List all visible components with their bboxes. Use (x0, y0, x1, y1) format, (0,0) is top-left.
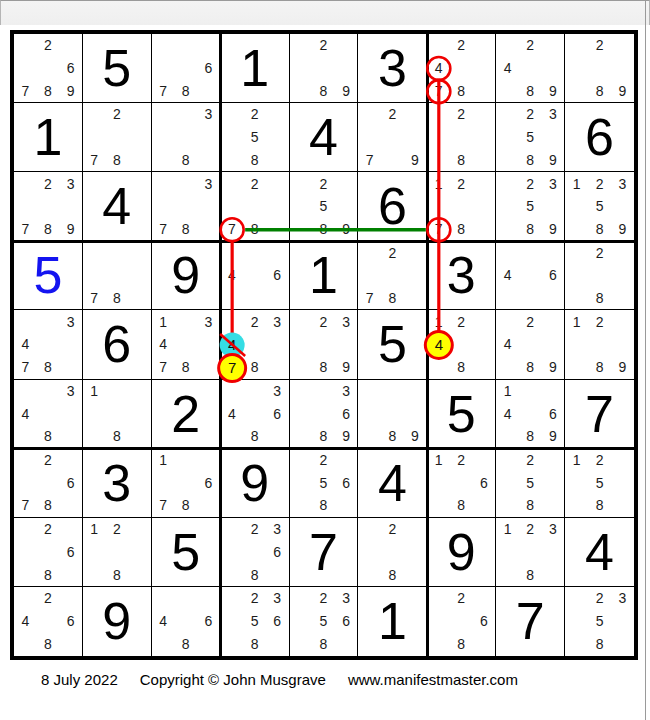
solved-digit: 9 (83, 587, 151, 656)
cell-r5c8[interactable]: 2489 (496, 310, 565, 379)
cell-r1c3[interactable]: 678 (152, 34, 221, 103)
candidate-3: 3 (611, 587, 634, 610)
candidate-7: 7 (14, 356, 37, 379)
candidate-8: 8 (588, 218, 611, 241)
candidate-8: 8 (381, 425, 404, 448)
solved-digit: 5 (152, 518, 220, 586)
candidate-5: 5 (588, 471, 611, 494)
cell-r1c7[interactable]: 2478 (427, 34, 496, 103)
candidate-2: 2 (519, 310, 542, 333)
candidate-2: 2 (312, 34, 335, 57)
candidate-5: 5 (312, 610, 335, 633)
cell-r4c4[interactable]: 46 (221, 241, 290, 310)
candidate-8: 8 (37, 356, 60, 379)
candidate-8: 8 (450, 218, 473, 241)
candidate-grid: 2478 (427, 34, 495, 102)
cell-r2c3[interactable]: 38 (152, 103, 221, 172)
candidate-2: 2 (381, 241, 404, 264)
candidate-8: 8 (519, 79, 542, 102)
box-divider-horizontal-1 (14, 240, 634, 244)
cell-r8c3[interactable]: 5 (152, 518, 221, 587)
cell-r9c3[interactable]: 468 (152, 587, 221, 656)
candidate-1: 1 (496, 380, 519, 403)
candidate-7: 7 (358, 287, 381, 310)
solved-digit: 4 (290, 103, 358, 171)
candidate-5: 5 (243, 610, 266, 633)
cell-r6c2[interactable]: 18 (83, 380, 152, 449)
candidate-grid: 268 (14, 518, 82, 586)
candidate-4: 4 (14, 610, 37, 633)
candidate-3: 3 (197, 103, 220, 126)
candidate-grid: 3689 (290, 380, 358, 448)
cell-r5c1[interactable]: 3478 (14, 310, 83, 379)
cell-r8c7[interactable]: 9 (427, 518, 496, 587)
candidate-5: 5 (519, 126, 542, 149)
candidate-8: 8 (106, 149, 129, 172)
solved-digit: 3 (358, 34, 426, 102)
candidate-9: 9 (541, 425, 564, 448)
solved-digit: 9 (152, 241, 220, 309)
candidate-9: 9 (541, 218, 564, 241)
candidate-5: 5 (312, 471, 335, 494)
candidate-2: 2 (243, 310, 266, 333)
candidate-8: 8 (243, 563, 266, 586)
candidate-2: 2 (588, 587, 611, 610)
candidate-3: 3 (611, 172, 634, 195)
candidate-1: 1 (427, 310, 450, 333)
cell-r6c4[interactable]: 3468 (221, 380, 290, 449)
candidate-8: 8 (588, 79, 611, 102)
candidate-3: 3 (541, 518, 564, 541)
cell-r1c1[interactable]: 26789 (14, 34, 83, 103)
cell-r4c7[interactable]: 3 (427, 241, 496, 310)
candidate-2: 2 (37, 518, 60, 541)
candidate-5: 5 (519, 195, 542, 218)
candidate-7: 7 (221, 218, 244, 241)
cell-r5c6[interactable]: 5 (358, 310, 427, 379)
candidate-grid: 2678 (14, 449, 82, 517)
candidate-grid: 1248 (427, 310, 495, 378)
candidate-7: 7 (152, 79, 175, 102)
window-top-bar (0, 0, 650, 25)
cell-r3c9[interactable]: 123589 (565, 172, 634, 241)
candidate-grid: 46 (221, 241, 289, 309)
candidate-3: 3 (266, 518, 289, 541)
candidate-3: 3 (59, 380, 82, 403)
candidate-3: 3 (541, 103, 564, 126)
cell-r9c2[interactable]: 9 (83, 587, 152, 656)
candidate-8: 8 (37, 633, 60, 656)
solved-digit: 5 (83, 34, 151, 102)
cell-r2c9[interactable]: 6 (565, 103, 634, 172)
candidate-4: 4 (14, 333, 37, 356)
solved-digit: 4 (83, 172, 151, 240)
candidate-7: 7 (152, 494, 175, 517)
candidate-8: 8 (37, 494, 60, 517)
candidate-grid: 2389 (290, 310, 358, 378)
cell-r1c8[interactable]: 2489 (496, 34, 565, 103)
candidate-5: 5 (312, 195, 335, 218)
cell-r2c6[interactable]: 279 (358, 103, 427, 172)
candidate-grid: 28 (565, 241, 634, 309)
candidate-2: 2 (450, 310, 473, 333)
candidate-7: 7 (427, 218, 450, 241)
candidate-grid: 14689 (496, 380, 564, 448)
candidate-7: 7 (83, 287, 106, 310)
cell-r4c1[interactable]: 5 (14, 241, 83, 310)
candidate-4: 4 (496, 333, 519, 356)
candidate-5: 5 (588, 610, 611, 633)
candidate-6: 6 (266, 402, 289, 425)
candidate-8: 8 (588, 633, 611, 656)
candidate-5: 5 (588, 195, 611, 218)
cell-r9c7[interactable]: 268 (427, 587, 496, 656)
cell-r4c9[interactable]: 28 (565, 241, 634, 310)
footer-site: www.manifestmaster.com (348, 671, 518, 688)
candidate-4: 4 (221, 264, 244, 287)
solved-digit: 7 (565, 380, 634, 448)
candidate-2: 2 (519, 518, 542, 541)
candidate-4: 4 (152, 610, 175, 633)
candidate-8: 8 (450, 79, 473, 102)
candidate-2: 2 (588, 310, 611, 333)
solved-digit: 6 (83, 310, 151, 378)
cell-r7c3[interactable]: 1678 (152, 449, 221, 518)
cell-r9c4[interactable]: 23568 (221, 587, 290, 656)
candidate-grid: 23568 (290, 587, 358, 656)
candidate-9: 9 (541, 149, 564, 172)
candidate-grid: 289 (290, 34, 358, 102)
cell-r7c7[interactable]: 1268 (427, 449, 496, 518)
cell-r6c1[interactable]: 348 (14, 380, 83, 449)
cell-r5c7[interactable]: 1248 (427, 310, 496, 379)
candidate-8: 8 (519, 149, 542, 172)
candidate-grid: 268 (427, 587, 495, 656)
cell-r5c4[interactable]: 23478 (221, 310, 290, 379)
candidate-5: 5 (243, 126, 266, 149)
window-right-edge (645, 0, 646, 720)
cell-r1c6[interactable]: 3 (358, 34, 427, 103)
cell-r7c5[interactable]: 2568 (290, 449, 359, 518)
cell-r3c8[interactable]: 23589 (496, 172, 565, 241)
candidate-7: 7 (221, 356, 244, 379)
candidate-grid: 258 (221, 103, 289, 171)
candidate-8: 8 (106, 287, 129, 310)
candidate-3: 3 (197, 310, 220, 333)
candidate-6: 6 (197, 471, 220, 494)
candidate-1: 1 (427, 449, 450, 472)
candidate-grid: 289 (565, 34, 634, 102)
candidate-2: 2 (588, 449, 611, 472)
cell-r9c9[interactable]: 2358 (565, 587, 634, 656)
candidate-8: 8 (450, 633, 473, 656)
candidate-8: 8 (174, 149, 197, 172)
solved-digit: 3 (83, 449, 151, 517)
candidate-8: 8 (243, 218, 266, 241)
cell-r3c4[interactable]: 278 (221, 172, 290, 241)
cell-r1c5[interactable]: 289 (290, 34, 359, 103)
candidate-grid: 23589 (496, 103, 564, 171)
candidate-5: 5 (519, 471, 542, 494)
candidate-grid: 26789 (14, 34, 82, 102)
candidate-7: 7 (83, 149, 106, 172)
cell-r6c7[interactable]: 5 (427, 380, 496, 449)
solved-digit: 9 (427, 518, 495, 586)
candidate-2: 2 (243, 518, 266, 541)
cell-r7c1[interactable]: 2678 (14, 449, 83, 518)
cell-r2c1[interactable]: 1 (14, 103, 83, 172)
solved-digit: 4 (358, 449, 426, 517)
solved-digit: 4 (565, 518, 634, 586)
cell-r2c7[interactable]: 28 (427, 103, 496, 172)
candidate-8: 8 (174, 79, 197, 102)
candidate-8: 8 (243, 149, 266, 172)
candidate-grid: 2568 (290, 449, 358, 517)
candidate-2: 2 (37, 587, 60, 610)
candidate-2: 2 (312, 449, 335, 472)
cell-r6c8[interactable]: 14689 (496, 380, 565, 449)
cell-r5c2[interactable]: 6 (83, 310, 152, 379)
candidate-2: 2 (450, 449, 473, 472)
cell-r7c8[interactable]: 258 (496, 449, 565, 518)
candidate-8: 8 (588, 287, 611, 310)
candidate-7: 7 (14, 79, 37, 102)
footer-date: 8 July 2022 (41, 671, 118, 688)
cell-r9c8[interactable]: 7 (496, 587, 565, 656)
cell-r3c5[interactable]: 2589 (290, 172, 359, 241)
candidate-3: 3 (335, 310, 358, 333)
solved-digit: 1 (290, 241, 358, 309)
candidate-6: 6 (266, 540, 289, 563)
candidate-9: 9 (335, 425, 358, 448)
candidate-8: 8 (37, 425, 60, 448)
cell-r8c4[interactable]: 2368 (221, 518, 290, 587)
cell-r7c2[interactable]: 3 (83, 449, 152, 518)
candidate-6: 6 (541, 402, 564, 425)
candidate-8: 8 (588, 356, 611, 379)
cell-r4c5[interactable]: 1 (290, 241, 359, 310)
candidate-8: 8 (312, 425, 335, 448)
candidate-7: 7 (152, 218, 175, 241)
candidate-grid: 13478 (152, 310, 220, 378)
candidate-grid: 23589 (496, 172, 564, 240)
candidate-6: 6 (335, 610, 358, 633)
cell-r5c3[interactable]: 13478 (152, 310, 221, 379)
cell-r6c9[interactable]: 7 (565, 380, 634, 449)
cell-r8c5[interactable]: 7 (290, 518, 359, 587)
candidate-2: 2 (450, 172, 473, 195)
solved-digit: 2 (152, 380, 220, 448)
candidate-2: 2 (450, 103, 473, 126)
cell-r3c6[interactable]: 6 (358, 172, 427, 241)
candidate-4: 4 (152, 333, 175, 356)
candidate-6: 6 (197, 57, 220, 80)
cell-r9c6[interactable]: 1 (358, 587, 427, 656)
candidate-6: 6 (541, 264, 564, 287)
solved-digit-blue: 5 (14, 241, 82, 309)
candidate-7: 7 (14, 218, 37, 241)
candidate-grid: 23568 (221, 587, 289, 656)
cell-r8c6[interactable]: 28 (358, 518, 427, 587)
candidate-2: 2 (588, 241, 611, 264)
candidate-3: 3 (59, 310, 82, 333)
candidate-2: 2 (381, 518, 404, 541)
candidate-6: 6 (59, 610, 82, 633)
solved-digit: 1 (221, 34, 289, 102)
cell-r4c6[interactable]: 278 (358, 241, 427, 310)
cell-r4c2[interactable]: 78 (83, 241, 152, 310)
footer: 8 July 2022 Copyright © John Musgrave ww… (41, 671, 518, 688)
candidate-6: 6 (335, 402, 358, 425)
cell-r1c9[interactable]: 289 (565, 34, 634, 103)
cell-r3c2[interactable]: 4 (83, 172, 152, 241)
candidate-2: 2 (519, 103, 542, 126)
cell-r2c8[interactable]: 23589 (496, 103, 565, 172)
candidate-3: 3 (266, 380, 289, 403)
candidate-grid: 348 (14, 380, 82, 448)
candidate-6: 6 (473, 610, 496, 633)
candidate-1: 1 (83, 518, 106, 541)
candidate-9: 9 (59, 79, 82, 102)
solved-digit: 7 (496, 587, 564, 656)
cell-r8c2[interactable]: 128 (83, 518, 152, 587)
candidate-grid: 2489 (496, 310, 564, 378)
candidate-9: 9 (59, 218, 82, 241)
solved-digit: 7 (290, 518, 358, 586)
candidate-8: 8 (588, 494, 611, 517)
solved-digit: 9 (221, 449, 289, 517)
cell-r1c4[interactable]: 1 (221, 34, 290, 103)
candidate-3: 3 (335, 380, 358, 403)
candidate-2: 2 (450, 34, 473, 57)
cell-r6c6[interactable]: 89 (358, 380, 427, 449)
cell-r3c3[interactable]: 378 (152, 172, 221, 241)
candidate-8: 8 (450, 494, 473, 517)
candidate-2: 2 (450, 587, 473, 610)
box-divider-horizontal-2 (14, 447, 634, 451)
candidate-7: 7 (358, 149, 381, 172)
cell-r1c2[interactable]: 5 (83, 34, 152, 103)
cell-r4c3[interactable]: 9 (152, 241, 221, 310)
candidate-grid: 28 (358, 518, 426, 586)
candidate-8: 8 (174, 356, 197, 379)
solved-digit: 1 (358, 587, 426, 656)
candidate-grid: 46 (496, 241, 564, 309)
candidate-grid: 378 (152, 172, 220, 240)
cell-r2c2[interactable]: 278 (83, 103, 152, 172)
candidate-2: 2 (519, 449, 542, 472)
candidate-9: 9 (335, 356, 358, 379)
cell-r3c7[interactable]: 1278 (427, 172, 496, 241)
candidate-grid: 1278 (427, 172, 495, 240)
cell-r2c5[interactable]: 4 (290, 103, 359, 172)
candidate-grid: 1289 (565, 310, 634, 378)
candidate-1: 1 (152, 449, 175, 472)
cell-r9c5[interactable]: 23568 (290, 587, 359, 656)
candidate-4: 4 (427, 333, 450, 356)
candidate-6: 6 (197, 610, 220, 633)
candidate-3: 3 (197, 172, 220, 195)
candidate-grid: 279 (358, 103, 426, 171)
candidate-grid: 128 (83, 518, 151, 586)
candidate-grid: 89 (358, 380, 426, 448)
candidate-2: 2 (106, 103, 129, 126)
candidate-6: 6 (266, 610, 289, 633)
solved-digit: 5 (358, 310, 426, 378)
candidate-8: 8 (174, 633, 197, 656)
cell-r6c5[interactable]: 3689 (290, 380, 359, 449)
candidate-grid: 678 (152, 34, 220, 102)
cell-r8c8[interactable]: 1238 (496, 518, 565, 587)
candidate-8: 8 (37, 79, 60, 102)
cell-r4c8[interactable]: 46 (496, 241, 565, 310)
candidate-grid: 2368 (221, 518, 289, 586)
candidate-2: 2 (243, 172, 266, 195)
cell-r8c9[interactable]: 4 (565, 518, 634, 587)
candidate-1: 1 (565, 172, 588, 195)
candidate-9: 9 (611, 79, 634, 102)
candidate-8: 8 (312, 218, 335, 241)
cell-r2c4[interactable]: 258 (221, 103, 290, 172)
candidate-8: 8 (450, 356, 473, 379)
candidate-grid: 278 (221, 172, 289, 240)
sudoku-board: 2678956781289324782489289127838258427928… (10, 30, 638, 660)
candidate-9: 9 (611, 218, 634, 241)
footer-copyright: Copyright © John Musgrave (140, 671, 326, 688)
candidate-grid: 3478 (14, 310, 82, 378)
cell-r7c4[interactable]: 9 (221, 449, 290, 518)
sudoku-cells-grid: 2678956781289324782489289127838258427928… (14, 34, 634, 656)
candidate-1: 1 (427, 172, 450, 195)
solved-digit: 6 (358, 172, 426, 240)
candidate-4: 4 (221, 333, 244, 356)
candidate-4: 4 (496, 402, 519, 425)
candidate-9: 9 (541, 79, 564, 102)
cell-r7c6[interactable]: 4 (358, 449, 427, 518)
candidate-6: 6 (59, 540, 82, 563)
box-divider-vertical-2 (426, 34, 430, 656)
candidate-8: 8 (312, 79, 335, 102)
candidate-6: 6 (59, 471, 82, 494)
cell-r5c5[interactable]: 2389 (290, 310, 359, 379)
candidate-1: 1 (496, 518, 519, 541)
candidate-6: 6 (266, 264, 289, 287)
cell-r8c1[interactable]: 268 (14, 518, 83, 587)
candidate-grid: 123589 (565, 172, 634, 240)
solved-digit: 1 (14, 103, 82, 171)
candidate-grid: 1268 (427, 449, 495, 517)
candidate-2: 2 (37, 172, 60, 195)
candidate-8: 8 (243, 633, 266, 656)
candidate-8: 8 (312, 494, 335, 517)
candidate-2: 2 (37, 34, 60, 57)
candidate-8: 8 (381, 563, 404, 586)
candidate-2: 2 (588, 172, 611, 195)
candidate-8: 8 (243, 356, 266, 379)
cell-r5c9[interactable]: 1289 (565, 310, 634, 379)
cell-r3c1[interactable]: 23789 (14, 172, 83, 241)
candidate-2: 2 (312, 172, 335, 195)
candidate-8: 8 (243, 425, 266, 448)
cell-r6c3[interactable]: 2 (152, 380, 221, 449)
candidate-3: 3 (59, 172, 82, 195)
cell-r7c9[interactable]: 1258 (565, 449, 634, 518)
candidate-2: 2 (588, 34, 611, 57)
candidate-6: 6 (335, 471, 358, 494)
candidate-2: 2 (519, 34, 542, 57)
candidate-grid: 278 (358, 241, 426, 309)
cell-r9c1[interactable]: 2468 (14, 587, 83, 656)
